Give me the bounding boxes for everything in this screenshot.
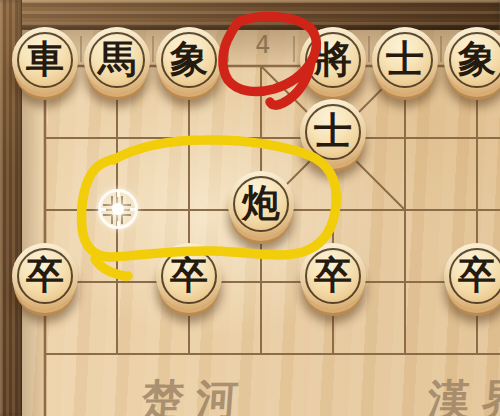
hand-drawn-annotations xyxy=(0,0,500,416)
xiangqi-board-screen: 4 楚河 漢界 車馬象將士象士炮卒卒卒卒 xyxy=(0,0,500,416)
yellow-loop-annotation xyxy=(82,140,337,277)
red-circle-annotation xyxy=(223,16,316,105)
